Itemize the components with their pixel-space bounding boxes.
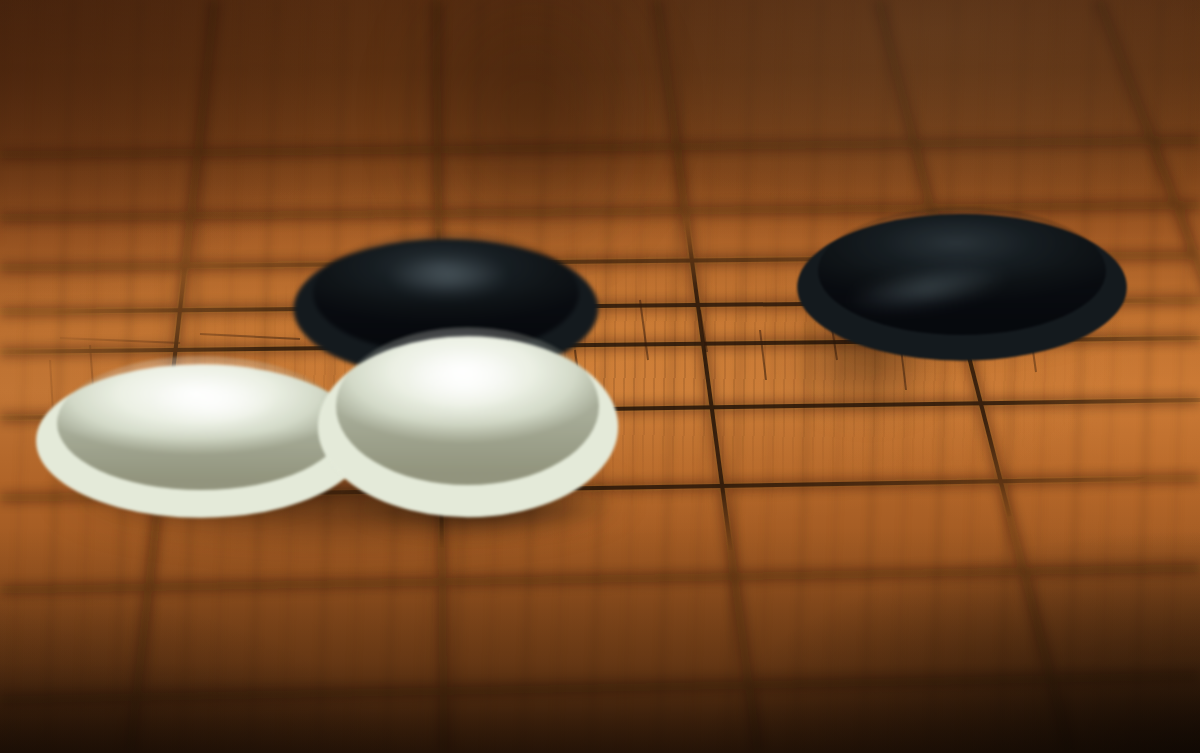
- stone-highlight: [149, 377, 276, 425]
- black-stone-far-right[interactable]: ●: [818, 207, 1106, 335]
- white-stone-near-right[interactable]: ●: [336, 327, 599, 485]
- stone-highlight: [404, 349, 525, 409]
- goban-photo-scene: ● ● ● ●: [0, 0, 1200, 753]
